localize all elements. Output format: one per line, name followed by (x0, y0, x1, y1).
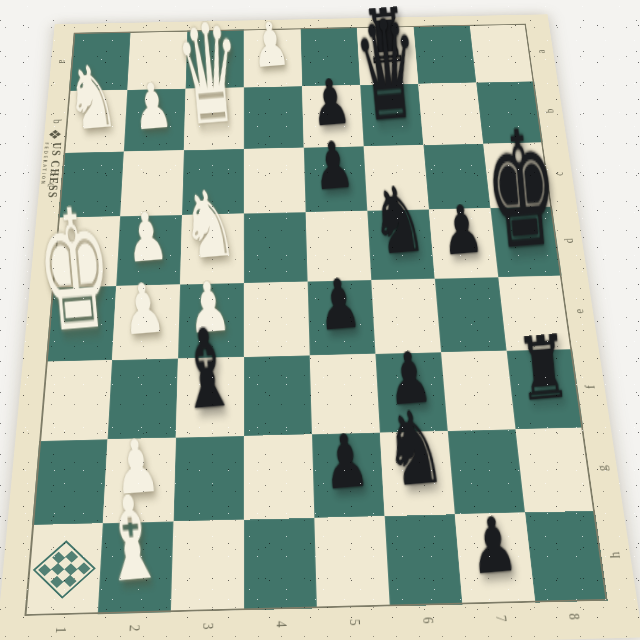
square-a3 (186, 29, 244, 88)
square-b3: ♛ (184, 87, 244, 150)
square-e4 (244, 282, 310, 357)
rank-label-3: 3 (200, 622, 214, 629)
white-pawn-d2: ♟ (124, 209, 170, 266)
square-c5: ♟ (304, 146, 368, 212)
square-b4 (244, 86, 304, 149)
square-h3 (171, 520, 244, 612)
file-label-right-f: f (584, 385, 597, 389)
square-h2: ♝ (98, 522, 174, 614)
board-border-bottom: 12345678 (0, 600, 640, 640)
square-h7: ♟ (455, 513, 535, 605)
rank-label-5: 5 (347, 618, 361, 625)
square-e1: ♚ (46, 286, 116, 362)
square-f2 (108, 358, 178, 439)
square-f5 (310, 354, 380, 434)
square-h6 (385, 515, 463, 607)
square-f6: ♟ (375, 352, 447, 432)
rank-label-4: 4 (274, 620, 288, 627)
black-rook-a6: ♜ (361, 5, 411, 68)
black-pawn-d7: ♟ (439, 202, 485, 259)
square-d1 (52, 217, 120, 288)
black-pawn-f6: ♟ (385, 349, 434, 409)
rank-label-7: 7 (493, 615, 507, 622)
square-h4 (244, 518, 317, 610)
square-d6: ♞ (367, 210, 434, 280)
vinyl-board: ❖ US CHESS FEDERATION abc abcdefgh 12345… (0, 14, 640, 640)
file-label-right-b: b (544, 109, 556, 113)
square-c1 (58, 151, 124, 218)
file-label-left-b: b (51, 119, 63, 124)
square-c2 (120, 150, 184, 217)
chessboard-photo: ❖ US CHESS FEDERATION abc abcdefgh 12345… (0, 0, 640, 640)
file-label-right-c: c (554, 172, 566, 176)
square-c8 (483, 142, 552, 208)
square-c6 (364, 145, 429, 211)
square-g5: ♟ (312, 432, 385, 518)
square-g6: ♞ (380, 431, 455, 517)
square-b7 (418, 82, 483, 144)
square-b8 (476, 81, 543, 143)
square-f3: ♝ (176, 357, 244, 437)
square-f1 (39, 360, 112, 441)
rank-label-8: 8 (566, 613, 581, 620)
square-a6: ♜ (357, 26, 418, 85)
square-d7: ♟ (429, 208, 498, 278)
black-pawn-g5: ♟ (321, 431, 372, 494)
white-pawn-e3: ♟ (185, 278, 232, 337)
black-pawn-h7: ♟ (467, 513, 519, 578)
square-f7 (441, 351, 515, 431)
square-e8 (498, 276, 572, 351)
rank-label-6: 6 (420, 617, 434, 624)
file-label-right-e: e (573, 309, 586, 314)
square-c7 (423, 143, 490, 209)
file-label-right-g: g (596, 465, 610, 471)
square-g1 (32, 439, 107, 525)
uscf-diamond-emblem (33, 540, 96, 599)
square-a7 (413, 25, 476, 84)
square-g4 (244, 434, 314, 520)
square-g8 (515, 427, 595, 512)
square-d4 (244, 212, 308, 283)
square-h1 (24, 523, 102, 616)
rank-label-2: 2 (127, 624, 141, 631)
square-g7 (448, 429, 525, 515)
square-g2: ♟ (103, 437, 176, 523)
square-a4: ♟ (244, 28, 302, 87)
black-pawn-e5: ♟ (316, 275, 363, 333)
file-label-left-a: a (57, 60, 68, 64)
square-b5: ♟ (302, 85, 364, 147)
square-d3: ♞ (180, 214, 244, 285)
square-a5 (300, 27, 360, 86)
square-e2: ♟ (112, 284, 180, 359)
square-d5 (306, 211, 372, 282)
file-label-right-d: d (563, 238, 575, 243)
square-d2: ♟ (116, 215, 182, 286)
white-pawn-e2: ♟ (120, 280, 167, 339)
square-a8 (470, 24, 534, 83)
white-pawn-g2: ♟ (111, 436, 162, 499)
square-h8 (525, 511, 608, 603)
square-c4 (244, 147, 306, 213)
square-e7 (435, 277, 507, 352)
uscf-logo-icon: ❖ (45, 128, 65, 140)
square-b1: ♞ (64, 90, 128, 153)
square-e3: ♟ (178, 283, 244, 358)
square-g3 (173, 436, 244, 522)
square-f4 (244, 355, 312, 435)
square-h5 (314, 516, 389, 608)
black-pawn-c5: ♟ (311, 139, 355, 194)
file-label-right-a: a (536, 50, 547, 54)
square-e6 (371, 279, 441, 354)
square-b2: ♟ (124, 89, 186, 152)
file-label-left-c: c (45, 183, 57, 187)
rank-label-1: 1 (53, 626, 67, 633)
square-b6: ♛ (360, 84, 423, 146)
diamond-checker-pattern (38, 545, 90, 593)
file-label-right-h: h (608, 551, 622, 558)
square-e5: ♟ (308, 280, 376, 355)
square-d8: ♚ (490, 207, 561, 277)
square-a1 (69, 32, 131, 91)
square-f8: ♜ (507, 349, 584, 429)
square-a2 (127, 31, 187, 90)
square-c3 (182, 149, 244, 215)
